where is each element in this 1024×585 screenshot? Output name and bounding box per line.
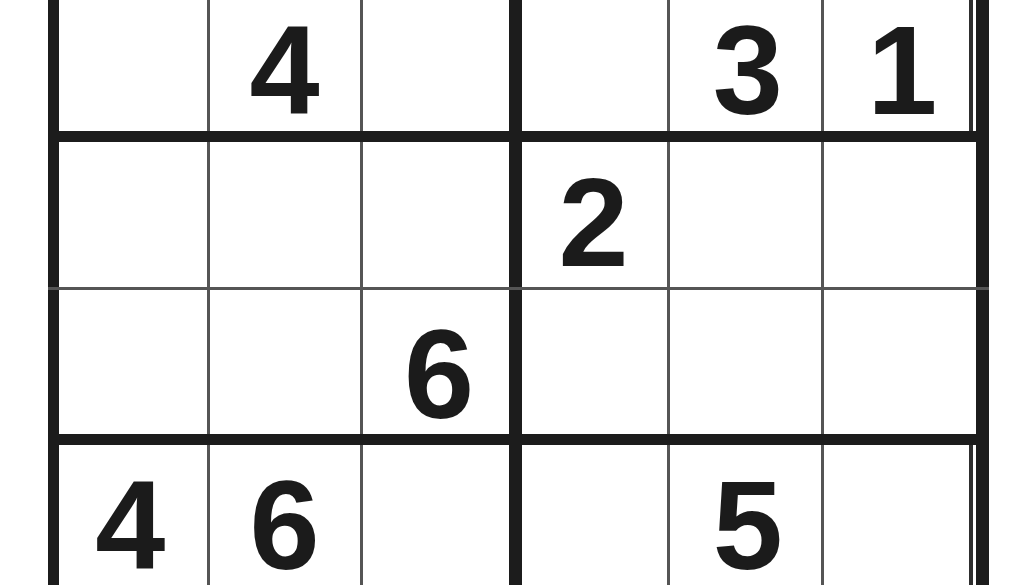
cell-r4c4[interactable] <box>516 289 670 441</box>
cell-r3c1[interactable] <box>53 137 207 289</box>
cell-r4c1[interactable] <box>53 289 207 441</box>
cell-r2c5: 3 <box>671 0 825 137</box>
cell-r5c4[interactable] <box>516 441 670 585</box>
cell-r2c4[interactable] <box>516 0 670 137</box>
cell-r5c2: 6 <box>207 441 361 585</box>
cell-r2c3[interactable] <box>362 0 516 137</box>
cell-r3c2[interactable] <box>207 137 361 289</box>
cell-r5c5: 5 <box>671 441 825 585</box>
cell-r3c4: 2 <box>516 137 670 289</box>
cell-r5c3[interactable] <box>362 441 516 585</box>
cell-r5c6[interactable] <box>825 441 979 585</box>
cell-r4c6[interactable] <box>825 289 979 441</box>
cell-r2c1[interactable] <box>53 0 207 137</box>
sudoku-board: 4 3 1 2 6 4 6 5 <box>53 0 980 585</box>
sudoku-puzzle-image: 4 3 1 2 6 4 6 5 <box>0 0 1024 585</box>
cell-r4c5[interactable] <box>671 289 825 441</box>
cell-r5c1: 4 <box>53 441 207 585</box>
cell-r3c3[interactable] <box>362 137 516 289</box>
cell-r4c3: 6 <box>362 289 516 441</box>
cell-r3c6[interactable] <box>825 137 979 289</box>
cell-r2c6: 1 <box>825 0 979 137</box>
cell-r2c2: 4 <box>207 0 361 137</box>
cell-r4c2[interactable] <box>207 289 361 441</box>
cell-r3c5[interactable] <box>671 137 825 289</box>
